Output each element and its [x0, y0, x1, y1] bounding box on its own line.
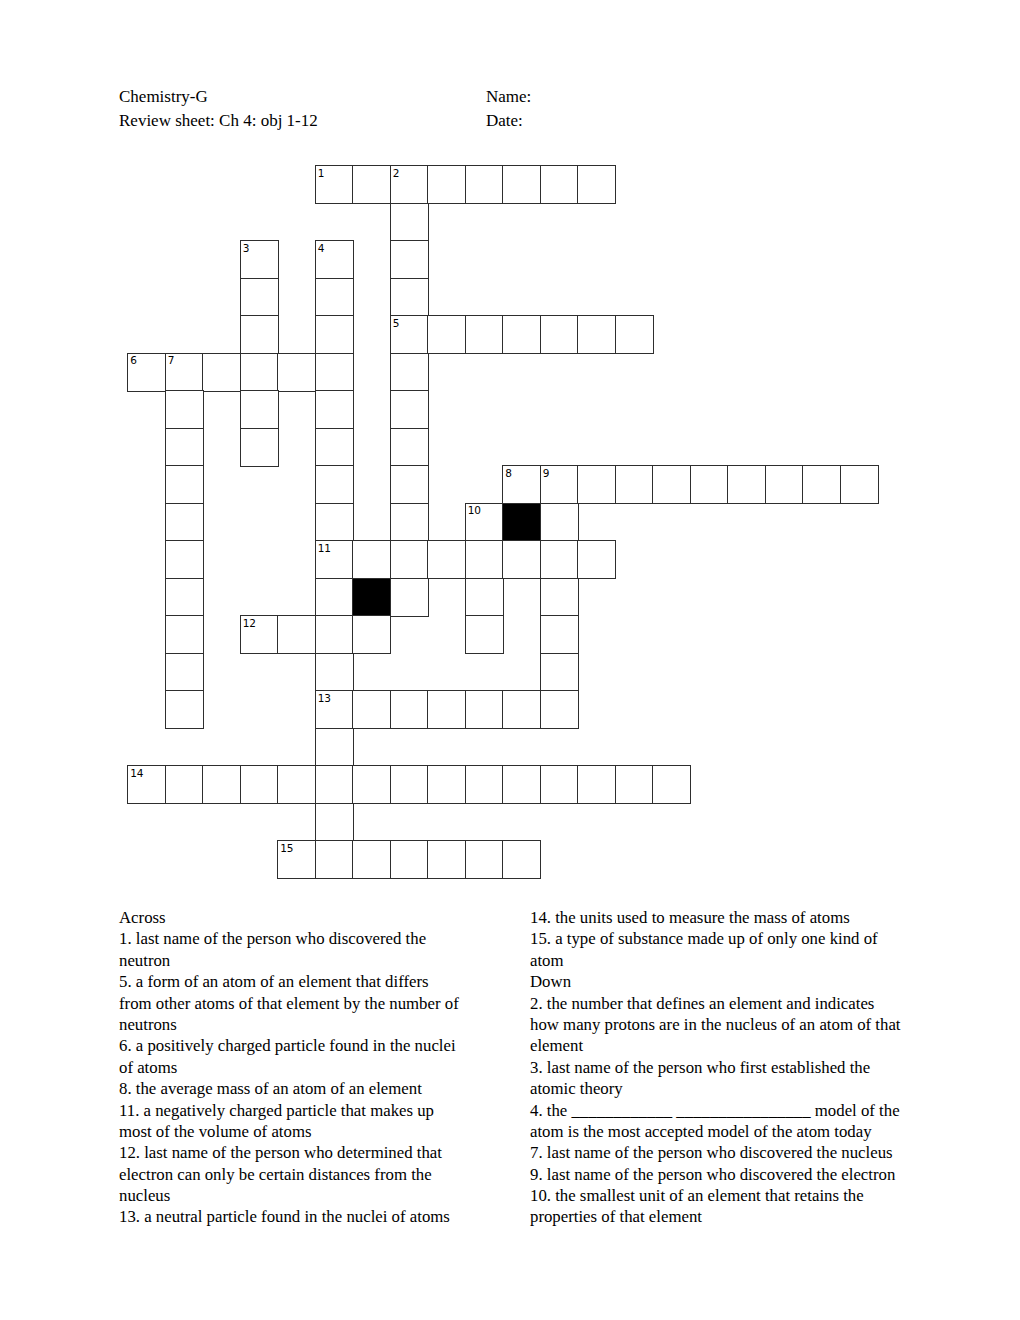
grid-cell[interactable]	[465, 690, 504, 729]
date-label: Date:	[486, 109, 531, 133]
grid-cell[interactable]	[540, 540, 579, 579]
grid-cell[interactable]	[315, 315, 354, 354]
clue-line: element	[530, 1035, 901, 1056]
grid-cell[interactable]	[352, 540, 391, 579]
grid-cell[interactable]	[427, 540, 466, 579]
grid-cell[interactable]	[390, 690, 429, 729]
grid-cell[interactable]	[315, 615, 354, 654]
header-right: Name: Date:	[486, 85, 531, 132]
grid-cell[interactable]	[540, 765, 579, 804]
grid-cell[interactable]	[390, 503, 429, 542]
clue-line: from other atoms of that element by the …	[119, 993, 459, 1014]
grid-cell[interactable]	[465, 765, 504, 804]
grid-cell[interactable]	[427, 840, 466, 879]
header-left: Chemistry-G Review sheet: Ch 4: obj 1-12	[119, 85, 318, 132]
cell-number: 6	[130, 355, 137, 365]
cell-number: 14	[130, 768, 143, 778]
clue-line: 7. last name of the person who discovere…	[530, 1142, 901, 1163]
grid-cell[interactable]	[165, 578, 204, 617]
clue-line: 13. a neutral particle found in the nucl…	[119, 1206, 459, 1227]
grid-cell[interactable]	[240, 765, 279, 804]
grid-cell[interactable]	[165, 653, 204, 692]
grid-cell[interactable]	[390, 540, 429, 579]
grid-cell[interactable]	[465, 840, 504, 879]
grid-cell[interactable]	[840, 465, 879, 504]
grid-cell[interactable]	[465, 578, 504, 617]
clue-line: 1. last name of the person who discovere…	[119, 928, 459, 949]
grid-cell[interactable]	[502, 840, 541, 879]
clue-line: 14. the units used to measure the mass o…	[530, 907, 901, 928]
grid-cell[interactable]	[427, 165, 466, 204]
grid-cell[interactable]	[427, 315, 466, 354]
clue-line: nucleus	[119, 1185, 459, 1206]
clue-line: 9. last name of the person who discovere…	[530, 1164, 901, 1185]
clue-line: 6. a positively charged particle found i…	[119, 1035, 459, 1056]
grid-cell[interactable]	[502, 765, 541, 804]
grid-cell[interactable]	[465, 315, 504, 354]
blocked-cell	[352, 578, 391, 617]
cell-number: 2	[393, 168, 400, 178]
grid-cell[interactable]	[540, 615, 579, 654]
clues-down-column: 14. the units used to measure the mass o…	[530, 907, 901, 1228]
grid-cell[interactable]	[165, 765, 204, 804]
clue-line: atom is the most accepted model of the a…	[530, 1121, 901, 1142]
grid-cell[interactable]	[502, 165, 541, 204]
cell-number: 5	[393, 318, 400, 328]
clues-across-column: Across1. last name of the person who dis…	[119, 907, 459, 1228]
clue-line: 5. a form of an atom of an element that …	[119, 971, 459, 992]
grid-cell[interactable]	[540, 690, 579, 729]
clue-line: of atoms	[119, 1057, 459, 1078]
cell-number: 4	[318, 243, 325, 253]
grid-cell[interactable]	[465, 615, 504, 654]
grid-cell[interactable]	[352, 690, 391, 729]
clue-line: electron can only be certain distances f…	[119, 1164, 459, 1185]
clue-line: how many protons are in the nucleus of a…	[530, 1014, 901, 1035]
grid-cell[interactable]	[502, 690, 541, 729]
grid-cell[interactable]	[615, 465, 654, 504]
clue-line: 8. the average mass of an atom of an ele…	[119, 1078, 459, 1099]
grid-cell[interactable]	[540, 653, 579, 692]
grid-cell[interactable]	[615, 315, 654, 354]
cell-number: 13	[318, 693, 331, 703]
cell-number: 15	[280, 843, 293, 853]
clue-line: neutron	[119, 950, 459, 971]
grid-cell[interactable]	[577, 165, 616, 204]
grid-cell[interactable]	[165, 465, 204, 504]
grid-cell[interactable]	[165, 615, 204, 654]
grid-cell[interactable]	[315, 840, 354, 879]
grid-cell[interactable]	[390, 278, 429, 317]
blocked-cell	[502, 503, 541, 542]
grid-cell[interactable]	[390, 390, 429, 429]
grid-cell[interactable]	[315, 353, 354, 392]
grid-cell[interactable]	[165, 503, 204, 542]
grid-cell[interactable]	[652, 465, 691, 504]
grid-cell[interactable]	[277, 353, 316, 392]
course-title: Chemistry-G	[119, 85, 318, 109]
grid-cell[interactable]	[390, 840, 429, 879]
grid-cell[interactable]	[352, 765, 391, 804]
grid-cell[interactable]	[802, 465, 841, 504]
grid-cell[interactable]	[315, 578, 354, 617]
grid-cell[interactable]	[465, 165, 504, 204]
grid-cell[interactable]	[765, 465, 804, 504]
grid-cell[interactable]	[540, 503, 579, 542]
grid-cell[interactable]	[727, 465, 766, 504]
grid-cell[interactable]	[502, 540, 541, 579]
grid-cell[interactable]	[390, 203, 429, 242]
grid-cell[interactable]	[240, 315, 279, 354]
grid-cell[interactable]	[577, 540, 616, 579]
grid-cell[interactable]	[652, 765, 691, 804]
clue-section-heading: Down	[530, 971, 901, 992]
grid-cell[interactable]	[390, 465, 429, 504]
cell-number: 12	[243, 618, 256, 628]
grid-cell[interactable]	[352, 615, 391, 654]
grid-cell[interactable]	[540, 578, 579, 617]
grid-cell[interactable]	[427, 765, 466, 804]
cell-number: 10	[468, 505, 481, 515]
grid-cell[interactable]	[240, 428, 279, 467]
cell-number: 3	[243, 243, 250, 253]
grid-cell[interactable]	[540, 315, 579, 354]
crossword-grid: 123456789101112131415	[128, 166, 878, 879]
grid-cell[interactable]	[165, 690, 204, 729]
clue-line: 2. the number that defines an element an…	[530, 993, 901, 1014]
grid-cell[interactable]	[165, 390, 204, 429]
grid-cell[interactable]	[277, 765, 316, 804]
clue-section-heading: Across	[119, 907, 459, 928]
grid-cell[interactable]	[465, 540, 504, 579]
grid-cell[interactable]	[577, 765, 616, 804]
grid-cell[interactable]	[315, 465, 354, 504]
clue-line: atom	[530, 950, 901, 971]
grid-cell[interactable]	[577, 315, 616, 354]
clue-line: atomic theory	[530, 1078, 901, 1099]
grid-cell[interactable]	[165, 428, 204, 467]
grid-cell[interactable]	[390, 765, 429, 804]
cell-number: 11	[318, 543, 331, 553]
grid-cell[interactable]	[315, 803, 354, 842]
grid-cell[interactable]	[352, 840, 391, 879]
clue-line: 3. last name of the person who first est…	[530, 1057, 901, 1078]
grid-cell[interactable]	[352, 165, 391, 204]
clue-line: 10. the smallest unit of an element that…	[530, 1185, 901, 1206]
grid-cell[interactable]	[502, 315, 541, 354]
grid-cell[interactable]	[202, 765, 241, 804]
grid-cell[interactable]	[240, 390, 279, 429]
grid-cell[interactable]	[315, 503, 354, 542]
grid-cell[interactable]	[615, 765, 654, 804]
cell-number: 9	[543, 468, 550, 478]
grid-cell[interactable]	[315, 765, 354, 804]
grid-cell[interactable]	[315, 728, 354, 767]
worksheet-page: Chemistry-G Review sheet: Ch 4: obj 1-12…	[0, 0, 1020, 1320]
grid-cell[interactable]	[690, 465, 729, 504]
grid-cell[interactable]	[315, 653, 354, 692]
grid-cell[interactable]	[427, 690, 466, 729]
clue-line: 12. last name of the person who determin…	[119, 1142, 459, 1163]
clue-line: 15. a type of substance made up of only …	[530, 928, 901, 949]
cell-number: 8	[505, 468, 512, 478]
grid-cell[interactable]	[202, 353, 241, 392]
cell-number: 1	[318, 168, 325, 178]
name-label: Name:	[486, 85, 531, 109]
grid-cell[interactable]	[390, 353, 429, 392]
grid-cell[interactable]	[577, 465, 616, 504]
clue-line: most of the volume of atoms	[119, 1121, 459, 1142]
grid-cell[interactable]	[277, 615, 316, 654]
grid-cell[interactable]	[390, 578, 429, 617]
grid-cell[interactable]	[315, 428, 354, 467]
clue-line: 4. the ____________ ________________ mod…	[530, 1100, 901, 1121]
grid-cell[interactable]	[240, 278, 279, 317]
grid-cell[interactable]	[315, 278, 354, 317]
clue-line: 11. a negatively charged particle that m…	[119, 1100, 459, 1121]
clue-line: neutrons	[119, 1014, 459, 1035]
grid-cell[interactable]	[540, 165, 579, 204]
grid-cell[interactable]	[390, 240, 429, 279]
sheet-title: Review sheet: Ch 4: obj 1-12	[119, 109, 318, 133]
clue-line: properties of that element	[530, 1206, 901, 1227]
grid-cell[interactable]	[390, 428, 429, 467]
cell-number: 7	[168, 355, 175, 365]
grid-cell[interactable]	[165, 540, 204, 579]
grid-cell[interactable]	[315, 390, 354, 429]
grid-cell[interactable]	[240, 353, 279, 392]
